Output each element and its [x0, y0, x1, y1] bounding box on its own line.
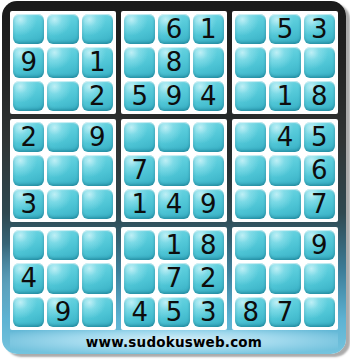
cell-r1c5: 6: [158, 14, 189, 44]
sudoku-board-frame: 912618594531829371494567491872453987 www…: [2, 1, 346, 354]
cell-r4c8: 4: [269, 122, 300, 152]
box-1-3: 5318: [232, 11, 338, 114]
cell-r5c4: 7: [124, 155, 155, 185]
website-link[interactable]: www.sudokusweb.com: [86, 334, 262, 350]
cell-r6c7[interactable]: [235, 189, 266, 219]
cell-r3c8: 1: [269, 81, 300, 111]
cell-r2c5: 8: [158, 47, 189, 77]
cell-r4c3: 9: [82, 122, 113, 152]
box-2-1: 293: [10, 119, 116, 222]
cell-r7c1[interactable]: [13, 230, 44, 260]
cell-r6c2[interactable]: [47, 189, 78, 219]
cell-r2c9[interactable]: [304, 47, 335, 77]
cell-r3c9: 8: [304, 81, 335, 111]
cell-r5c8[interactable]: [269, 155, 300, 185]
cell-r2c3: 1: [82, 47, 113, 77]
cell-r4c4[interactable]: [124, 122, 155, 152]
box-3-3: 987: [232, 227, 338, 330]
cell-r3c4: 5: [124, 81, 155, 111]
cell-r2c6[interactable]: [193, 47, 224, 77]
cell-r9c8: 7: [269, 297, 300, 327]
cell-r9c6: 3: [193, 297, 224, 327]
cell-r5c3[interactable]: [82, 155, 113, 185]
cell-r3c5: 9: [158, 81, 189, 111]
cell-r3c2[interactable]: [47, 81, 78, 111]
cell-r5c1[interactable]: [13, 155, 44, 185]
cell-r9c7: 8: [235, 297, 266, 327]
cell-r8c7[interactable]: [235, 263, 266, 293]
cell-r6c3[interactable]: [82, 189, 113, 219]
cell-r1c8: 5: [269, 14, 300, 44]
cell-r8c3[interactable]: [82, 263, 113, 293]
box-3-1: 49: [10, 227, 116, 330]
cell-r7c9: 9: [304, 230, 335, 260]
cell-r9c4: 4: [124, 297, 155, 327]
cell-r6c6: 9: [193, 189, 224, 219]
cell-r4c2[interactable]: [47, 122, 78, 152]
cell-r4c5[interactable]: [158, 122, 189, 152]
cell-r5c5[interactable]: [158, 155, 189, 185]
cell-r5c2[interactable]: [47, 155, 78, 185]
cell-r8c5: 7: [158, 263, 189, 293]
cell-r2c2[interactable]: [47, 47, 78, 77]
cell-r8c8[interactable]: [269, 263, 300, 293]
cell-r4c9: 5: [304, 122, 335, 152]
box-2-2: 7149: [121, 119, 227, 222]
cell-r6c5: 4: [158, 189, 189, 219]
box-2-3: 4567: [232, 119, 338, 222]
box-3-2: 1872453: [121, 227, 227, 330]
cell-r4c1: 2: [13, 122, 44, 152]
cell-r9c5: 5: [158, 297, 189, 327]
cell-r7c4[interactable]: [124, 230, 155, 260]
cell-r6c1: 3: [13, 189, 44, 219]
cell-r4c6[interactable]: [193, 122, 224, 152]
cell-r9c2: 9: [47, 297, 78, 327]
cell-r7c5: 1: [158, 230, 189, 260]
cell-r2c8[interactable]: [269, 47, 300, 77]
sudoku-board: 912618594531829371494567491872453987: [10, 11, 338, 330]
cell-r1c1[interactable]: [13, 14, 44, 44]
cell-r8c2[interactable]: [47, 263, 78, 293]
cell-r9c1[interactable]: [13, 297, 44, 327]
cell-r8c4[interactable]: [124, 263, 155, 293]
footer: www.sudokusweb.com: [10, 330, 338, 353]
cell-r1c9: 3: [304, 14, 335, 44]
cell-r8c9[interactable]: [304, 263, 335, 293]
cell-r7c2[interactable]: [47, 230, 78, 260]
cell-r1c6: 1: [193, 14, 224, 44]
cell-r6c8[interactable]: [269, 189, 300, 219]
cell-r2c4[interactable]: [124, 47, 155, 77]
cell-r7c6: 8: [193, 230, 224, 260]
cell-r9c9[interactable]: [304, 297, 335, 327]
box-1-2: 618594: [121, 11, 227, 114]
cell-r1c3[interactable]: [82, 14, 113, 44]
cell-r1c4[interactable]: [124, 14, 155, 44]
cell-r8c6: 2: [193, 263, 224, 293]
box-1-1: 912: [10, 11, 116, 114]
cell-r9c3[interactable]: [82, 297, 113, 327]
cell-r1c7[interactable]: [235, 14, 266, 44]
cell-r7c7[interactable]: [235, 230, 266, 260]
cell-r3c6: 4: [193, 81, 224, 111]
cell-r5c9: 6: [304, 155, 335, 185]
cell-r4c7[interactable]: [235, 122, 266, 152]
cell-r7c8[interactable]: [269, 230, 300, 260]
cell-r5c6[interactable]: [193, 155, 224, 185]
cell-r8c1: 4: [13, 263, 44, 293]
cell-r2c1: 9: [13, 47, 44, 77]
cell-r5c7[interactable]: [235, 155, 266, 185]
cell-r3c3: 2: [82, 81, 113, 111]
cell-r6c4: 1: [124, 189, 155, 219]
cell-r3c1[interactable]: [13, 81, 44, 111]
cell-r1c2[interactable]: [47, 14, 78, 44]
cell-r2c7[interactable]: [235, 47, 266, 77]
cell-r7c3[interactable]: [82, 230, 113, 260]
cell-r3c7[interactable]: [235, 81, 266, 111]
cell-r6c9: 7: [304, 189, 335, 219]
